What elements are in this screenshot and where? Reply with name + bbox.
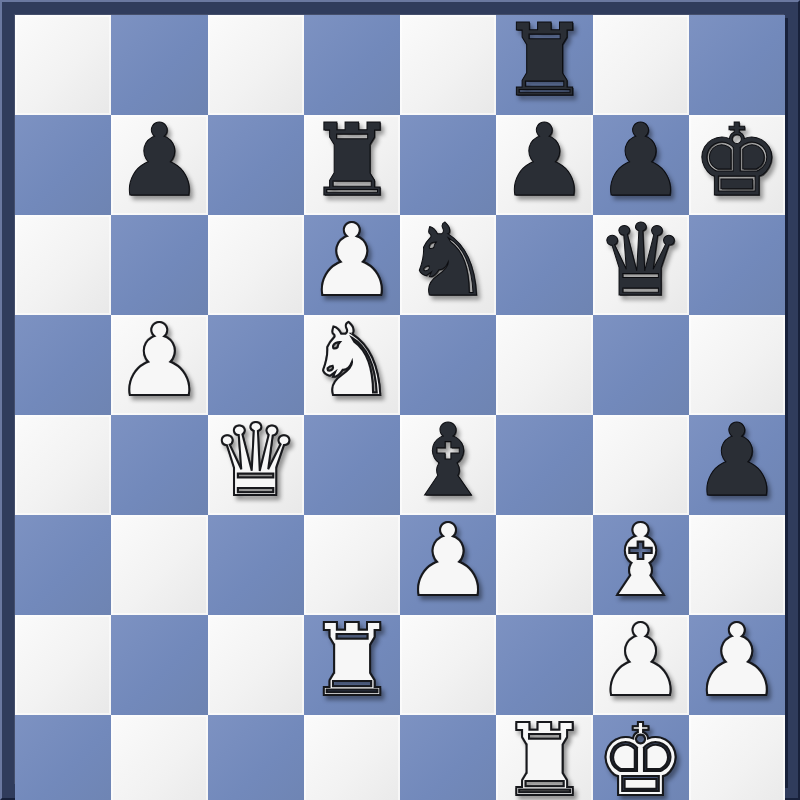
square-f6[interactable]	[496, 215, 592, 315]
square-c7[interactable]	[208, 115, 304, 215]
square-h8[interactable]	[689, 15, 785, 115]
square-h2[interactable]: ♟	[689, 615, 785, 715]
square-e3[interactable]: ♟	[400, 515, 496, 615]
square-a7[interactable]	[15, 115, 111, 215]
square-d2[interactable]: ♜	[304, 615, 400, 715]
square-d5[interactable]: ♞	[304, 315, 400, 415]
square-a3[interactable]	[15, 515, 111, 615]
square-b2[interactable]	[111, 615, 207, 715]
square-d8[interactable]	[304, 15, 400, 115]
square-h6[interactable]	[689, 215, 785, 315]
square-f8[interactable]: ♜	[496, 15, 592, 115]
square-f5[interactable]	[496, 315, 592, 415]
square-b6[interactable]	[111, 215, 207, 315]
piece-white-rook[interactable]: ♜	[500, 711, 590, 800]
square-b4[interactable]	[111, 415, 207, 515]
square-f7[interactable]: ♟	[496, 115, 592, 215]
board-frame: ♜♟♜♟♟♚♟♞♛♟♞♛♝♟♟♝♜♟♟♜♚	[0, 0, 800, 800]
square-e7[interactable]	[400, 115, 496, 215]
square-d1[interactable]	[304, 715, 400, 800]
piece-black-bishop[interactable]: ♝	[403, 411, 493, 511]
square-d4[interactable]	[304, 415, 400, 515]
piece-white-rook[interactable]: ♜	[307, 611, 397, 711]
piece-black-knight[interactable]: ♞	[403, 211, 493, 311]
square-b5[interactable]: ♟	[111, 315, 207, 415]
piece-white-bishop[interactable]: ♝	[596, 511, 686, 611]
square-d7[interactable]: ♜	[304, 115, 400, 215]
square-b3[interactable]	[111, 515, 207, 615]
square-g1[interactable]: ♚	[593, 715, 689, 800]
square-b7[interactable]: ♟	[111, 115, 207, 215]
square-e1[interactable]	[400, 715, 496, 800]
square-a4[interactable]	[15, 415, 111, 515]
piece-black-pawn[interactable]: ♟	[500, 111, 590, 211]
piece-white-pawn[interactable]: ♟	[692, 611, 782, 711]
chess-board: ♜♟♜♟♟♚♟♞♛♟♞♛♝♟♟♝♜♟♟♜♚	[15, 15, 785, 785]
piece-white-queen[interactable]: ♛	[211, 411, 301, 511]
square-f2[interactable]	[496, 615, 592, 715]
piece-black-pawn[interactable]: ♟	[596, 111, 686, 211]
square-a6[interactable]	[15, 215, 111, 315]
piece-white-pawn[interactable]: ♟	[596, 611, 686, 711]
square-e6[interactable]: ♞	[400, 215, 496, 315]
square-g5[interactable]	[593, 315, 689, 415]
square-g7[interactable]: ♟	[593, 115, 689, 215]
square-c5[interactable]	[208, 315, 304, 415]
square-a8[interactable]	[15, 15, 111, 115]
square-g2[interactable]: ♟	[593, 615, 689, 715]
square-e5[interactable]	[400, 315, 496, 415]
piece-black-rook[interactable]: ♜	[500, 11, 590, 111]
square-e4[interactable]: ♝	[400, 415, 496, 515]
square-g6[interactable]: ♛	[593, 215, 689, 315]
square-g4[interactable]	[593, 415, 689, 515]
square-h5[interactable]	[689, 315, 785, 415]
square-c2[interactable]	[208, 615, 304, 715]
square-f1[interactable]: ♜	[496, 715, 592, 800]
square-c4[interactable]: ♛	[208, 415, 304, 515]
square-c8[interactable]	[208, 15, 304, 115]
piece-black-king[interactable]: ♚	[692, 111, 782, 211]
piece-black-rook[interactable]: ♜	[307, 111, 397, 211]
square-b1[interactable]	[111, 715, 207, 800]
square-c6[interactable]	[208, 215, 304, 315]
square-a1[interactable]	[15, 715, 111, 800]
piece-white-pawn[interactable]: ♟	[307, 211, 397, 311]
square-h4[interactable]: ♟	[689, 415, 785, 515]
piece-black-pawn[interactable]: ♟	[115, 111, 205, 211]
piece-white-pawn[interactable]: ♟	[115, 311, 205, 411]
piece-white-pawn[interactable]: ♟	[403, 511, 493, 611]
square-h7[interactable]: ♚	[689, 115, 785, 215]
square-h3[interactable]	[689, 515, 785, 615]
square-e8[interactable]	[400, 15, 496, 115]
square-c3[interactable]	[208, 515, 304, 615]
square-g3[interactable]: ♝	[593, 515, 689, 615]
piece-black-pawn[interactable]: ♟	[692, 411, 782, 511]
piece-black-queen[interactable]: ♛	[596, 211, 686, 311]
square-d3[interactable]	[304, 515, 400, 615]
square-d6[interactable]: ♟	[304, 215, 400, 315]
square-c1[interactable]	[208, 715, 304, 800]
square-f3[interactable]	[496, 515, 592, 615]
piece-white-king[interactable]: ♚	[596, 711, 686, 800]
piece-white-knight[interactable]: ♞	[307, 311, 397, 411]
square-a5[interactable]	[15, 315, 111, 415]
square-g8[interactable]	[593, 15, 689, 115]
square-e2[interactable]	[400, 615, 496, 715]
square-a2[interactable]	[15, 615, 111, 715]
square-f4[interactable]	[496, 415, 592, 515]
square-b8[interactable]	[111, 15, 207, 115]
square-h1[interactable]	[689, 715, 785, 800]
